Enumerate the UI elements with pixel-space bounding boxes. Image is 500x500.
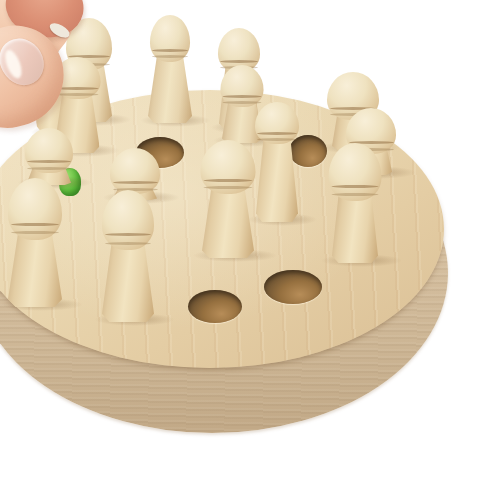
peg-neck-ring [257,138,297,141]
peg-neck-ring [203,186,253,189]
peg-head [110,148,160,194]
peg-neck-ring [257,132,297,135]
peg-head [8,178,62,240]
peg-neck-ring [223,95,262,98]
hole-front-right[interactable] [264,270,322,304]
peg-front-center[interactable] [196,140,261,258]
peg-neck-ring [56,93,98,96]
peg-neck-ring [105,242,152,245]
peg-neck-ring [220,60,258,63]
peg-neck-ring [113,181,158,184]
peg-body [202,184,254,258]
peg-head [102,190,154,250]
peg-body [102,240,154,322]
peg-neck-ring [27,160,70,163]
peg-neck-ring [105,233,152,236]
peg-head [221,65,264,107]
peg-head [255,102,299,144]
peg-head [150,15,190,62]
peg-body [8,230,62,307]
peg-back-center-left[interactable] [143,15,197,123]
peg-front-right[interactable] [324,143,387,263]
peg-body [148,52,192,123]
peg-body [256,134,298,222]
peg-neck-ring [27,167,70,170]
peg-head [25,128,73,173]
peg-body [332,191,378,263]
hole-front-left[interactable] [188,290,242,323]
peg-head [329,143,382,201]
peg-neck-ring [331,185,379,188]
peg-neck-ring [203,179,253,182]
peg-front-far-left[interactable] [3,178,67,307]
memory-chess-scene [0,0,500,500]
peg-neck-ring [152,55,188,58]
peg-front-mid-left[interactable] [97,190,159,322]
peg-front-left-back[interactable] [20,128,78,185]
peg-neck-ring [11,223,60,226]
peg-head [201,140,256,194]
peg-neck-ring [331,193,379,196]
peg-neck-ring [11,231,60,234]
peg-neck-ring [152,49,188,52]
peg-head [54,57,101,99]
peg-neck-ring [56,87,98,90]
